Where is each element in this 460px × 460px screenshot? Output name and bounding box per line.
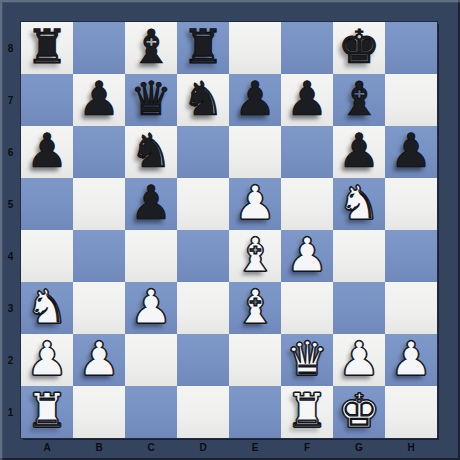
square-c4[interactable]	[125, 230, 177, 282]
square-e2[interactable]	[229, 334, 281, 386]
piece-black-pawn[interactable]: ♟	[385, 126, 437, 178]
square-c2[interactable]	[125, 334, 177, 386]
square-f1[interactable]: ♜	[281, 386, 333, 438]
square-c7[interactable]: ♛	[125, 74, 177, 126]
square-f2[interactable]: ♛	[281, 334, 333, 386]
square-g5[interactable]: ♞	[333, 178, 385, 230]
square-e7[interactable]: ♟	[229, 74, 281, 126]
file-labels: ABCDEFGH	[21, 438, 437, 456]
square-h3[interactable]	[385, 282, 437, 334]
file-label-f: F	[281, 438, 333, 456]
file-label-g: G	[333, 438, 385, 456]
square-g7[interactable]: ♝	[333, 74, 385, 126]
rank-label-6: 6	[0, 126, 21, 178]
square-f3[interactable]	[281, 282, 333, 334]
square-b7[interactable]: ♟	[73, 74, 125, 126]
piece-white-pawn[interactable]: ♟	[125, 282, 177, 334]
piece-black-pawn[interactable]: ♟	[73, 74, 125, 126]
square-c3[interactable]: ♟	[125, 282, 177, 334]
piece-black-pawn[interactable]: ♟	[281, 74, 333, 126]
chess-board-frame: 87654321 ♜♝♜♚♟♛♞♟♟♝♟♞♟♟♟♟♞♝♟♞♟♝♟♟♛♟♟♜♜♚ …	[0, 0, 460, 460]
piece-white-pawn[interactable]: ♟	[229, 178, 281, 230]
rank-labels: 87654321	[0, 22, 21, 438]
piece-white-pawn[interactable]: ♟	[333, 334, 385, 386]
square-g6[interactable]: ♟	[333, 126, 385, 178]
square-d5[interactable]	[177, 178, 229, 230]
square-f8[interactable]	[281, 22, 333, 74]
piece-black-pawn[interactable]: ♟	[21, 126, 73, 178]
square-d7[interactable]: ♞	[177, 74, 229, 126]
square-d8[interactable]: ♜	[177, 22, 229, 74]
square-b2[interactable]: ♟	[73, 334, 125, 386]
file-label-b: B	[73, 438, 125, 456]
square-f4[interactable]: ♟	[281, 230, 333, 282]
piece-white-knight[interactable]: ♞	[21, 282, 73, 334]
square-a4[interactable]	[21, 230, 73, 282]
square-h8[interactable]	[385, 22, 437, 74]
piece-white-pawn[interactable]: ♟	[73, 334, 125, 386]
rank-label-4: 4	[0, 230, 21, 282]
piece-white-rook[interactable]: ♜	[281, 386, 333, 438]
rank-label-3: 3	[0, 282, 21, 334]
square-c8[interactable]: ♝	[125, 22, 177, 74]
rank-label-5: 5	[0, 178, 21, 230]
square-e8[interactable]	[229, 22, 281, 74]
square-g1[interactable]: ♚	[333, 386, 385, 438]
board: ♜♝♜♚♟♛♞♟♟♝♟♞♟♟♟♟♞♝♟♞♟♝♟♟♛♟♟♜♜♚	[21, 22, 437, 438]
piece-black-rook[interactable]: ♜	[21, 22, 73, 74]
piece-white-pawn[interactable]: ♟	[385, 334, 437, 386]
square-b3[interactable]	[73, 282, 125, 334]
square-e1[interactable]	[229, 386, 281, 438]
piece-white-bishop[interactable]: ♝	[229, 282, 281, 334]
square-a6[interactable]: ♟	[21, 126, 73, 178]
piece-black-bishop[interactable]: ♝	[333, 74, 385, 126]
piece-white-knight[interactable]: ♞	[333, 178, 385, 230]
square-a5[interactable]	[21, 178, 73, 230]
square-c6[interactable]: ♞	[125, 126, 177, 178]
square-f7[interactable]: ♟	[281, 74, 333, 126]
square-d6[interactable]	[177, 126, 229, 178]
square-e4[interactable]: ♝	[229, 230, 281, 282]
piece-black-knight[interactable]: ♞	[125, 126, 177, 178]
square-d1[interactable]	[177, 386, 229, 438]
square-g3[interactable]	[333, 282, 385, 334]
square-c5[interactable]: ♟	[125, 178, 177, 230]
file-label-e: E	[229, 438, 281, 456]
square-h5[interactable]	[385, 178, 437, 230]
square-a3[interactable]: ♞	[21, 282, 73, 334]
rank-label-1: 1	[0, 386, 21, 438]
square-b6[interactable]	[73, 126, 125, 178]
piece-white-rook[interactable]: ♜	[21, 386, 73, 438]
rank-label-2: 2	[0, 334, 21, 386]
square-h1[interactable]	[385, 386, 437, 438]
square-d2[interactable]	[177, 334, 229, 386]
square-f6[interactable]	[281, 126, 333, 178]
square-a7[interactable]	[21, 74, 73, 126]
square-g2[interactable]: ♟	[333, 334, 385, 386]
square-h6[interactable]: ♟	[385, 126, 437, 178]
square-h7[interactable]	[385, 74, 437, 126]
piece-white-bishop[interactable]: ♝	[229, 230, 281, 282]
square-e5[interactable]: ♟	[229, 178, 281, 230]
square-g4[interactable]	[333, 230, 385, 282]
piece-white-queen[interactable]: ♛	[281, 334, 333, 386]
square-e6[interactable]	[229, 126, 281, 178]
piece-black-pawn[interactable]: ♟	[125, 178, 177, 230]
rank-label-8: 8	[0, 22, 21, 74]
square-b1[interactable]	[73, 386, 125, 438]
piece-black-bishop[interactable]: ♝	[125, 22, 177, 74]
square-f5[interactable]	[281, 178, 333, 230]
file-label-a: A	[21, 438, 73, 456]
square-e3[interactable]: ♝	[229, 282, 281, 334]
square-b5[interactable]	[73, 178, 125, 230]
square-h4[interactable]	[385, 230, 437, 282]
piece-white-pawn[interactable]: ♟	[281, 230, 333, 282]
piece-white-pawn[interactable]: ♟	[21, 334, 73, 386]
square-a2[interactable]: ♟	[21, 334, 73, 386]
square-a1[interactable]: ♜	[21, 386, 73, 438]
square-c1[interactable]	[125, 386, 177, 438]
piece-black-pawn[interactable]: ♟	[333, 126, 385, 178]
square-b4[interactable]	[73, 230, 125, 282]
file-label-d: D	[177, 438, 229, 456]
piece-black-rook[interactable]: ♜	[177, 22, 229, 74]
square-h2[interactable]: ♟	[385, 334, 437, 386]
piece-black-knight[interactable]: ♞	[177, 74, 229, 126]
piece-black-pawn[interactable]: ♟	[229, 74, 281, 126]
file-label-h: H	[385, 438, 437, 456]
file-label-c: C	[125, 438, 177, 456]
piece-black-queen[interactable]: ♛	[125, 74, 177, 126]
rank-label-7: 7	[0, 74, 21, 126]
square-g8[interactable]: ♚	[333, 22, 385, 74]
piece-white-king[interactable]: ♚	[333, 386, 385, 438]
square-b8[interactable]	[73, 22, 125, 74]
square-a8[interactable]: ♜	[21, 22, 73, 74]
piece-black-king[interactable]: ♚	[333, 22, 385, 74]
square-d3[interactable]	[177, 282, 229, 334]
square-d4[interactable]	[177, 230, 229, 282]
